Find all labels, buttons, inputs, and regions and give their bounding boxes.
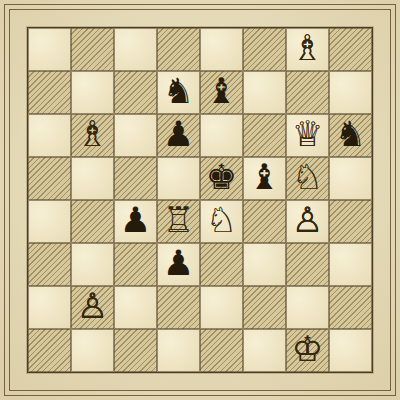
square-c4[interactable]: ♟ [114,200,157,243]
square-h4[interactable] [329,200,372,243]
square-a4[interactable] [28,200,71,243]
square-a1[interactable] [28,329,71,372]
white-rook-d4: ♖ [163,203,194,238]
black-pawn-d6: ♟ [163,117,194,152]
square-f1[interactable] [243,329,286,372]
square-d7[interactable]: ♞ [157,71,200,114]
square-h5[interactable] [329,157,372,200]
square-a6[interactable] [28,114,71,157]
black-bishop-f5: ♝ [249,160,280,195]
square-d8[interactable] [157,28,200,71]
square-g1[interactable]: ♔ [286,329,329,372]
square-b3[interactable] [71,243,114,286]
square-a7[interactable] [28,71,71,114]
square-b7[interactable] [71,71,114,114]
square-b6[interactable]: ♗ [71,114,114,157]
square-c1[interactable] [114,329,157,372]
square-a3[interactable] [28,243,71,286]
square-b5[interactable] [71,157,114,200]
square-e8[interactable] [200,28,243,71]
square-g3[interactable] [286,243,329,286]
white-knight-e4: ♘ [206,203,237,238]
square-c8[interactable] [114,28,157,71]
chess-board: ♗♞♝♗♟♕♞♚♝♘♟♖♘♙♟♙♔ [27,27,373,373]
square-c2[interactable] [114,286,157,329]
square-e1[interactable] [200,329,243,372]
square-e3[interactable] [200,243,243,286]
black-knight-d7: ♞ [163,74,194,109]
white-knight-g5: ♘ [292,160,323,195]
black-bishop-e7: ♝ [206,74,237,109]
square-h7[interactable] [329,71,372,114]
square-h6[interactable]: ♞ [329,114,372,157]
square-g5[interactable]: ♘ [286,157,329,200]
square-g4[interactable]: ♙ [286,200,329,243]
square-c6[interactable] [114,114,157,157]
square-d2[interactable] [157,286,200,329]
square-d5[interactable] [157,157,200,200]
square-f4[interactable] [243,200,286,243]
square-c5[interactable] [114,157,157,200]
square-e7[interactable]: ♝ [200,71,243,114]
square-h3[interactable] [329,243,372,286]
square-d4[interactable]: ♖ [157,200,200,243]
square-f8[interactable] [243,28,286,71]
square-g6[interactable]: ♕ [286,114,329,157]
square-f3[interactable] [243,243,286,286]
square-b2[interactable]: ♙ [71,286,114,329]
square-e4[interactable]: ♘ [200,200,243,243]
square-d1[interactable] [157,329,200,372]
white-pawn-g4: ♙ [292,203,323,238]
square-e5[interactable]: ♚ [200,157,243,200]
square-c3[interactable] [114,243,157,286]
square-g2[interactable] [286,286,329,329]
square-d6[interactable]: ♟ [157,114,200,157]
white-king-g1: ♔ [292,332,323,367]
white-queen-g6: ♕ [292,117,323,152]
square-f6[interactable] [243,114,286,157]
square-c7[interactable] [114,71,157,114]
black-pawn-d3: ♟ [163,246,194,281]
square-a2[interactable] [28,286,71,329]
black-pawn-c4: ♟ [120,203,151,238]
black-knight-h6: ♞ [335,117,366,152]
square-e2[interactable] [200,286,243,329]
square-f2[interactable] [243,286,286,329]
square-h8[interactable] [329,28,372,71]
square-a5[interactable] [28,157,71,200]
square-f7[interactable] [243,71,286,114]
square-g7[interactable] [286,71,329,114]
square-g8[interactable]: ♗ [286,28,329,71]
square-h2[interactable] [329,286,372,329]
square-d3[interactable]: ♟ [157,243,200,286]
square-h1[interactable] [329,329,372,372]
white-bishop-b6: ♗ [77,117,108,152]
black-king-e5: ♚ [206,160,237,195]
square-b1[interactable] [71,329,114,372]
square-b4[interactable] [71,200,114,243]
white-bishop-g8: ♗ [292,31,323,66]
square-e6[interactable] [200,114,243,157]
square-b8[interactable] [71,28,114,71]
square-a8[interactable] [28,28,71,71]
square-f5[interactable]: ♝ [243,157,286,200]
white-pawn-b2: ♙ [77,289,108,324]
